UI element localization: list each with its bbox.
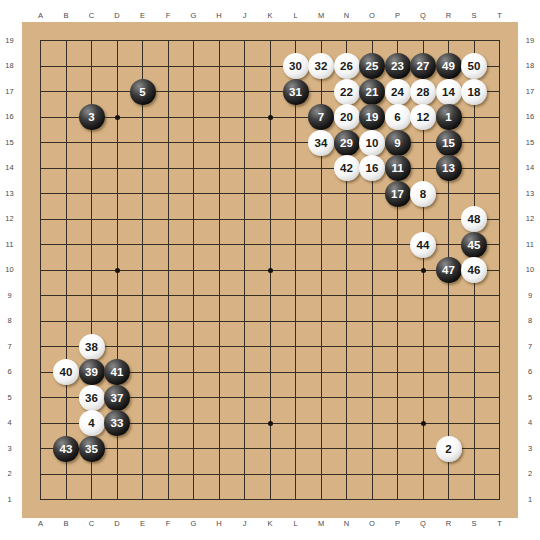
intersection-E1[interactable] [130, 487, 156, 513]
intersection-J5[interactable] [232, 385, 258, 411]
intersection-H6[interactable] [206, 359, 232, 385]
intersection-N11[interactable] [334, 232, 360, 258]
intersection-D19[interactable] [104, 28, 130, 54]
intersection-K4[interactable] [257, 410, 283, 436]
intersection-N7[interactable] [334, 334, 360, 360]
intersection-R10[interactable]: 47 [436, 257, 462, 283]
intersection-J16[interactable] [232, 104, 258, 130]
intersection-S11[interactable]: 45 [461, 232, 487, 258]
intersection-T16[interactable] [487, 104, 513, 130]
intersection-L12[interactable] [283, 206, 309, 232]
intersection-F3[interactable] [155, 436, 181, 462]
intersection-C11[interactable] [79, 232, 105, 258]
intersection-D8[interactable] [104, 308, 130, 334]
intersection-N4[interactable] [334, 410, 360, 436]
intersection-E12[interactable] [130, 206, 156, 232]
intersection-D6[interactable]: 41 [104, 359, 130, 385]
intersection-D18[interactable] [104, 53, 130, 79]
intersection-K11[interactable] [257, 232, 283, 258]
intersection-J18[interactable] [232, 53, 258, 79]
intersection-E3[interactable] [130, 436, 156, 462]
intersection-F10[interactable] [155, 257, 181, 283]
intersection-T13[interactable] [487, 181, 513, 207]
intersection-O6[interactable] [359, 359, 385, 385]
intersection-B15[interactable] [53, 130, 79, 156]
intersection-J2[interactable] [232, 461, 258, 487]
intersection-C6[interactable]: 39 [79, 359, 105, 385]
intersection-N9[interactable] [334, 283, 360, 309]
intersection-R14[interactable]: 13 [436, 155, 462, 181]
intersection-Q14[interactable] [410, 155, 436, 181]
intersection-R4[interactable] [436, 410, 462, 436]
intersection-Q13[interactable]: 8 [410, 181, 436, 207]
intersection-S3[interactable] [461, 436, 487, 462]
intersection-N10[interactable] [334, 257, 360, 283]
intersection-G18[interactable] [181, 53, 207, 79]
intersection-G1[interactable] [181, 487, 207, 513]
intersection-K10[interactable] [257, 257, 283, 283]
intersection-S10[interactable]: 46 [461, 257, 487, 283]
intersection-Q8[interactable] [410, 308, 436, 334]
intersection-T17[interactable] [487, 79, 513, 105]
intersection-J10[interactable] [232, 257, 258, 283]
intersection-A16[interactable] [28, 104, 54, 130]
intersection-H14[interactable] [206, 155, 232, 181]
intersection-P17[interactable]: 24 [385, 79, 411, 105]
intersection-C5[interactable]: 36 [79, 385, 105, 411]
intersection-E13[interactable] [130, 181, 156, 207]
intersection-K3[interactable] [257, 436, 283, 462]
intersection-Q7[interactable] [410, 334, 436, 360]
intersection-D13[interactable] [104, 181, 130, 207]
intersection-B8[interactable] [53, 308, 79, 334]
intersection-D14[interactable] [104, 155, 130, 181]
intersection-M8[interactable] [308, 308, 334, 334]
intersection-N3[interactable] [334, 436, 360, 462]
intersection-T3[interactable] [487, 436, 513, 462]
intersection-D11[interactable] [104, 232, 130, 258]
intersection-R19[interactable] [436, 28, 462, 54]
intersection-A1[interactable] [28, 487, 54, 513]
intersection-J12[interactable] [232, 206, 258, 232]
intersection-E16[interactable] [130, 104, 156, 130]
intersection-G19[interactable] [181, 28, 207, 54]
intersection-L9[interactable] [283, 283, 309, 309]
intersection-G16[interactable] [181, 104, 207, 130]
intersection-O17[interactable]: 21 [359, 79, 385, 105]
intersection-S13[interactable] [461, 181, 487, 207]
intersection-S2[interactable] [461, 461, 487, 487]
intersection-R8[interactable] [436, 308, 462, 334]
intersection-D4[interactable]: 33 [104, 410, 130, 436]
intersection-E4[interactable] [130, 410, 156, 436]
intersection-N2[interactable] [334, 461, 360, 487]
intersection-S15[interactable] [461, 130, 487, 156]
intersection-C3[interactable]: 35 [79, 436, 105, 462]
intersection-N1[interactable] [334, 487, 360, 513]
intersection-Q4[interactable] [410, 410, 436, 436]
intersection-T18[interactable] [487, 53, 513, 79]
intersection-H2[interactable] [206, 461, 232, 487]
intersection-O5[interactable] [359, 385, 385, 411]
intersection-H13[interactable] [206, 181, 232, 207]
intersection-C13[interactable] [79, 181, 105, 207]
intersection-N14[interactable]: 42 [334, 155, 360, 181]
intersection-M11[interactable] [308, 232, 334, 258]
intersection-Q12[interactable] [410, 206, 436, 232]
intersection-F15[interactable] [155, 130, 181, 156]
intersection-T1[interactable] [487, 487, 513, 513]
intersection-R3[interactable]: 2 [436, 436, 462, 462]
intersection-B16[interactable] [53, 104, 79, 130]
intersection-Q17[interactable]: 28 [410, 79, 436, 105]
intersection-C4[interactable]: 4 [79, 410, 105, 436]
intersection-H8[interactable] [206, 308, 232, 334]
intersection-F13[interactable] [155, 181, 181, 207]
intersection-J7[interactable] [232, 334, 258, 360]
intersection-G6[interactable] [181, 359, 207, 385]
intersection-J11[interactable] [232, 232, 258, 258]
intersection-L8[interactable] [283, 308, 309, 334]
intersection-O3[interactable] [359, 436, 385, 462]
intersection-H5[interactable] [206, 385, 232, 411]
intersection-J17[interactable] [232, 79, 258, 105]
intersection-T4[interactable] [487, 410, 513, 436]
intersection-M5[interactable] [308, 385, 334, 411]
intersection-D16[interactable] [104, 104, 130, 130]
intersection-R15[interactable]: 15 [436, 130, 462, 156]
intersection-O10[interactable] [359, 257, 385, 283]
intersection-P5[interactable] [385, 385, 411, 411]
intersection-M2[interactable] [308, 461, 334, 487]
intersection-K7[interactable] [257, 334, 283, 360]
intersection-J8[interactable] [232, 308, 258, 334]
intersection-S18[interactable]: 50 [461, 53, 487, 79]
intersection-J1[interactable] [232, 487, 258, 513]
intersection-A2[interactable] [28, 461, 54, 487]
intersection-Q6[interactable] [410, 359, 436, 385]
intersection-F16[interactable] [155, 104, 181, 130]
intersection-M4[interactable] [308, 410, 334, 436]
intersection-R12[interactable] [436, 206, 462, 232]
intersection-P15[interactable]: 9 [385, 130, 411, 156]
intersection-L10[interactable] [283, 257, 309, 283]
intersection-C18[interactable] [79, 53, 105, 79]
intersection-E18[interactable] [130, 53, 156, 79]
intersection-R1[interactable] [436, 487, 462, 513]
intersection-A6[interactable] [28, 359, 54, 385]
intersection-D9[interactable] [104, 283, 130, 309]
intersection-G4[interactable] [181, 410, 207, 436]
intersection-Q3[interactable] [410, 436, 436, 462]
intersection-F6[interactable] [155, 359, 181, 385]
intersection-K19[interactable] [257, 28, 283, 54]
intersection-R5[interactable] [436, 385, 462, 411]
intersection-P6[interactable] [385, 359, 411, 385]
intersection-H19[interactable] [206, 28, 232, 54]
intersection-D2[interactable] [104, 461, 130, 487]
intersection-B6[interactable]: 40 [53, 359, 79, 385]
intersection-T11[interactable] [487, 232, 513, 258]
intersection-A3[interactable] [28, 436, 54, 462]
intersection-N13[interactable] [334, 181, 360, 207]
intersection-A19[interactable] [28, 28, 54, 54]
intersection-L3[interactable] [283, 436, 309, 462]
intersection-F17[interactable] [155, 79, 181, 105]
intersection-O4[interactable] [359, 410, 385, 436]
intersection-B1[interactable] [53, 487, 79, 513]
intersection-G12[interactable] [181, 206, 207, 232]
intersection-N17[interactable]: 22 [334, 79, 360, 105]
intersection-N15[interactable]: 29 [334, 130, 360, 156]
intersection-H10[interactable] [206, 257, 232, 283]
intersection-K12[interactable] [257, 206, 283, 232]
intersection-L1[interactable] [283, 487, 309, 513]
intersection-G8[interactable] [181, 308, 207, 334]
intersection-B13[interactable] [53, 181, 79, 207]
intersection-Q11[interactable]: 44 [410, 232, 436, 258]
intersection-E6[interactable] [130, 359, 156, 385]
intersection-B18[interactable] [53, 53, 79, 79]
intersection-E15[interactable] [130, 130, 156, 156]
intersection-S7[interactable] [461, 334, 487, 360]
intersection-O13[interactable] [359, 181, 385, 207]
intersection-A14[interactable] [28, 155, 54, 181]
intersection-E2[interactable] [130, 461, 156, 487]
intersection-H16[interactable] [206, 104, 232, 130]
intersection-N8[interactable] [334, 308, 360, 334]
intersection-K1[interactable] [257, 487, 283, 513]
intersection-C15[interactable] [79, 130, 105, 156]
intersection-F14[interactable] [155, 155, 181, 181]
intersection-D5[interactable]: 37 [104, 385, 130, 411]
intersection-N16[interactable]: 20 [334, 104, 360, 130]
intersection-B10[interactable] [53, 257, 79, 283]
intersection-B12[interactable] [53, 206, 79, 232]
intersection-R9[interactable] [436, 283, 462, 309]
intersection-M13[interactable] [308, 181, 334, 207]
intersection-H3[interactable] [206, 436, 232, 462]
intersection-B19[interactable] [53, 28, 79, 54]
intersection-R2[interactable] [436, 461, 462, 487]
intersection-D7[interactable] [104, 334, 130, 360]
intersection-L7[interactable] [283, 334, 309, 360]
intersection-K5[interactable] [257, 385, 283, 411]
intersection-G11[interactable] [181, 232, 207, 258]
intersection-R17[interactable]: 14 [436, 79, 462, 105]
intersection-C12[interactable] [79, 206, 105, 232]
intersection-E19[interactable] [130, 28, 156, 54]
intersection-D10[interactable] [104, 257, 130, 283]
intersection-G2[interactable] [181, 461, 207, 487]
intersection-L4[interactable] [283, 410, 309, 436]
intersection-B14[interactable] [53, 155, 79, 181]
intersection-S14[interactable] [461, 155, 487, 181]
intersection-J15[interactable] [232, 130, 258, 156]
intersection-M3[interactable] [308, 436, 334, 462]
intersection-A10[interactable] [28, 257, 54, 283]
intersection-L13[interactable] [283, 181, 309, 207]
intersection-A12[interactable] [28, 206, 54, 232]
intersection-S6[interactable] [461, 359, 487, 385]
intersection-J13[interactable] [232, 181, 258, 207]
intersection-L16[interactable] [283, 104, 309, 130]
intersection-P19[interactable] [385, 28, 411, 54]
intersection-L5[interactable] [283, 385, 309, 411]
intersection-L15[interactable] [283, 130, 309, 156]
intersection-J4[interactable] [232, 410, 258, 436]
intersection-M9[interactable] [308, 283, 334, 309]
intersection-M1[interactable] [308, 487, 334, 513]
intersection-A9[interactable] [28, 283, 54, 309]
intersection-M18[interactable]: 32 [308, 53, 334, 79]
intersection-S4[interactable] [461, 410, 487, 436]
intersection-S9[interactable] [461, 283, 487, 309]
intersection-A13[interactable] [28, 181, 54, 207]
intersection-H18[interactable] [206, 53, 232, 79]
intersection-S1[interactable] [461, 487, 487, 513]
intersection-G10[interactable] [181, 257, 207, 283]
intersection-P1[interactable] [385, 487, 411, 513]
intersection-B4[interactable] [53, 410, 79, 436]
intersection-S5[interactable] [461, 385, 487, 411]
intersection-D3[interactable] [104, 436, 130, 462]
intersection-G13[interactable] [181, 181, 207, 207]
intersection-P9[interactable] [385, 283, 411, 309]
intersection-E5[interactable] [130, 385, 156, 411]
intersection-D15[interactable] [104, 130, 130, 156]
intersection-O11[interactable] [359, 232, 385, 258]
intersection-A11[interactable] [28, 232, 54, 258]
intersection-R13[interactable] [436, 181, 462, 207]
intersection-M7[interactable] [308, 334, 334, 360]
intersection-T2[interactable] [487, 461, 513, 487]
intersection-A4[interactable] [28, 410, 54, 436]
intersection-T10[interactable] [487, 257, 513, 283]
intersection-C9[interactable] [79, 283, 105, 309]
intersection-E14[interactable] [130, 155, 156, 181]
intersection-M10[interactable] [308, 257, 334, 283]
intersection-J9[interactable] [232, 283, 258, 309]
intersection-C8[interactable] [79, 308, 105, 334]
intersection-H11[interactable] [206, 232, 232, 258]
intersection-K2[interactable] [257, 461, 283, 487]
intersection-P2[interactable] [385, 461, 411, 487]
intersection-F7[interactable] [155, 334, 181, 360]
intersection-T15[interactable] [487, 130, 513, 156]
intersection-C7[interactable]: 38 [79, 334, 105, 360]
intersection-N12[interactable] [334, 206, 360, 232]
intersection-F2[interactable] [155, 461, 181, 487]
intersection-B9[interactable] [53, 283, 79, 309]
intersection-K13[interactable] [257, 181, 283, 207]
intersection-J14[interactable] [232, 155, 258, 181]
intersection-O14[interactable]: 16 [359, 155, 385, 181]
intersection-P4[interactable] [385, 410, 411, 436]
intersection-P8[interactable] [385, 308, 411, 334]
intersection-M6[interactable] [308, 359, 334, 385]
intersection-C2[interactable] [79, 461, 105, 487]
intersection-O12[interactable] [359, 206, 385, 232]
intersection-P3[interactable] [385, 436, 411, 462]
intersection-C14[interactable] [79, 155, 105, 181]
intersection-F5[interactable] [155, 385, 181, 411]
intersection-F19[interactable] [155, 28, 181, 54]
intersection-H4[interactable] [206, 410, 232, 436]
intersection-L19[interactable] [283, 28, 309, 54]
intersection-L14[interactable] [283, 155, 309, 181]
intersection-Q1[interactable] [410, 487, 436, 513]
intersection-A18[interactable] [28, 53, 54, 79]
intersection-L6[interactable] [283, 359, 309, 385]
intersection-Q5[interactable] [410, 385, 436, 411]
intersection-P12[interactable] [385, 206, 411, 232]
intersection-D12[interactable] [104, 206, 130, 232]
intersection-M16[interactable]: 7 [308, 104, 334, 130]
intersection-B7[interactable] [53, 334, 79, 360]
intersection-M17[interactable] [308, 79, 334, 105]
intersection-Q10[interactable] [410, 257, 436, 283]
intersection-H17[interactable] [206, 79, 232, 105]
intersection-C16[interactable]: 3 [79, 104, 105, 130]
intersection-F9[interactable] [155, 283, 181, 309]
intersection-P18[interactable]: 23 [385, 53, 411, 79]
intersection-P10[interactable] [385, 257, 411, 283]
intersection-D1[interactable] [104, 487, 130, 513]
intersection-T8[interactable] [487, 308, 513, 334]
intersection-E17[interactable]: 5 [130, 79, 156, 105]
intersection-G17[interactable] [181, 79, 207, 105]
intersection-R7[interactable] [436, 334, 462, 360]
intersection-J3[interactable] [232, 436, 258, 462]
intersection-T19[interactable] [487, 28, 513, 54]
intersection-K9[interactable] [257, 283, 283, 309]
intersection-A5[interactable] [28, 385, 54, 411]
intersection-R11[interactable] [436, 232, 462, 258]
intersection-O18[interactable]: 25 [359, 53, 385, 79]
intersection-N18[interactable]: 26 [334, 53, 360, 79]
intersection-M19[interactable] [308, 28, 334, 54]
intersection-C17[interactable] [79, 79, 105, 105]
intersection-G14[interactable] [181, 155, 207, 181]
intersection-R16[interactable]: 1 [436, 104, 462, 130]
intersection-J19[interactable] [232, 28, 258, 54]
intersection-G5[interactable] [181, 385, 207, 411]
intersection-F11[interactable] [155, 232, 181, 258]
intersection-H7[interactable] [206, 334, 232, 360]
intersection-T14[interactable] [487, 155, 513, 181]
intersection-H1[interactable] [206, 487, 232, 513]
intersection-B3[interactable]: 43 [53, 436, 79, 462]
intersection-K14[interactable] [257, 155, 283, 181]
intersection-J6[interactable] [232, 359, 258, 385]
intersection-S16[interactable] [461, 104, 487, 130]
intersection-K15[interactable] [257, 130, 283, 156]
intersection-B17[interactable] [53, 79, 79, 105]
intersection-K16[interactable] [257, 104, 283, 130]
intersection-L18[interactable]: 30 [283, 53, 309, 79]
intersection-F4[interactable] [155, 410, 181, 436]
intersection-A8[interactable] [28, 308, 54, 334]
intersection-C1[interactable] [79, 487, 105, 513]
intersection-F12[interactable] [155, 206, 181, 232]
intersection-T12[interactable] [487, 206, 513, 232]
intersection-Q19[interactable] [410, 28, 436, 54]
intersection-B2[interactable] [53, 461, 79, 487]
intersection-R18[interactable]: 49 [436, 53, 462, 79]
intersection-L11[interactable] [283, 232, 309, 258]
intersection-N5[interactable] [334, 385, 360, 411]
